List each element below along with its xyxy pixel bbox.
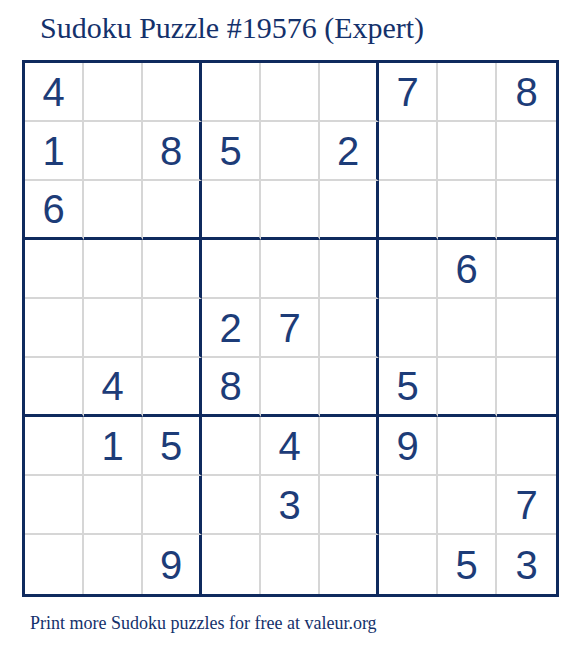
cell-r7c4 (202, 417, 261, 476)
cell-r3c2 (84, 181, 143, 240)
cell-r4c6 (320, 240, 379, 299)
cell-r2c4: 5 (202, 122, 261, 181)
footer-text: Print more Sudoku puzzles for free at va… (30, 613, 377, 634)
cell-r2c1: 1 (25, 122, 84, 181)
cell-r5c6 (320, 299, 379, 358)
cell-r6c8 (438, 358, 497, 417)
cell-r1c4 (202, 63, 261, 122)
cell-r2c7 (379, 122, 438, 181)
cell-r5c2 (84, 299, 143, 358)
sudoku-grid: 47818526627485154937953 (22, 60, 559, 597)
cell-r4c7 (379, 240, 438, 299)
cell-r6c7: 5 (379, 358, 438, 417)
cell-r7c8 (438, 417, 497, 476)
cell-r9c1 (25, 535, 84, 594)
cell-r5c8 (438, 299, 497, 358)
cell-r8c5: 3 (261, 476, 320, 535)
cell-r4c1 (25, 240, 84, 299)
cell-r2c2 (84, 122, 143, 181)
cell-r7c1 (25, 417, 84, 476)
cell-r3c6 (320, 181, 379, 240)
cell-r2c8 (438, 122, 497, 181)
cell-r9c8: 5 (438, 535, 497, 594)
cell-r3c5 (261, 181, 320, 240)
cell-r6c1 (25, 358, 84, 417)
cell-r6c5 (261, 358, 320, 417)
cell-r9c3: 9 (143, 535, 202, 594)
cell-r8c2 (84, 476, 143, 535)
cell-r5c1 (25, 299, 84, 358)
cell-r6c3 (143, 358, 202, 417)
cell-r1c5 (261, 63, 320, 122)
cell-r1c9: 8 (497, 63, 556, 122)
cell-r8c4 (202, 476, 261, 535)
cell-r4c2 (84, 240, 143, 299)
cell-r7c6 (320, 417, 379, 476)
cell-r9c2 (84, 535, 143, 594)
cell-r7c7: 9 (379, 417, 438, 476)
cell-r1c7: 7 (379, 63, 438, 122)
cell-r6c6 (320, 358, 379, 417)
cell-r9c4 (202, 535, 261, 594)
cell-r8c1 (25, 476, 84, 535)
cell-r5c7 (379, 299, 438, 358)
cell-r7c2: 1 (84, 417, 143, 476)
cell-r5c5: 7 (261, 299, 320, 358)
cell-r8c6 (320, 476, 379, 535)
cell-r6c4: 8 (202, 358, 261, 417)
cell-r3c4 (202, 181, 261, 240)
cell-r7c3: 5 (143, 417, 202, 476)
cell-r4c8: 6 (438, 240, 497, 299)
cell-r8c8 (438, 476, 497, 535)
cell-r5c9 (497, 299, 556, 358)
cell-r1c3 (143, 63, 202, 122)
cell-r3c9 (497, 181, 556, 240)
cell-r7c9 (497, 417, 556, 476)
cell-r9c5 (261, 535, 320, 594)
cell-r4c4 (202, 240, 261, 299)
cell-r4c5 (261, 240, 320, 299)
cell-r2c6: 2 (320, 122, 379, 181)
cell-r8c7 (379, 476, 438, 535)
cell-r2c3: 8 (143, 122, 202, 181)
cell-r3c1: 6 (25, 181, 84, 240)
cell-r8c3 (143, 476, 202, 535)
cell-r8c9: 7 (497, 476, 556, 535)
cell-r1c2 (84, 63, 143, 122)
cell-r6c9 (497, 358, 556, 417)
cell-r4c9 (497, 240, 556, 299)
cell-r1c8 (438, 63, 497, 122)
cell-r5c4: 2 (202, 299, 261, 358)
cell-r5c3 (143, 299, 202, 358)
cell-r1c6 (320, 63, 379, 122)
page-title: Sudoku Puzzle #19576 (Expert) (40, 11, 424, 45)
cell-r9c9: 3 (497, 535, 556, 594)
cell-r9c6 (320, 535, 379, 594)
cell-r4c3 (143, 240, 202, 299)
cell-r6c2: 4 (84, 358, 143, 417)
cell-r1c1: 4 (25, 63, 84, 122)
cell-r9c7 (379, 535, 438, 594)
cell-r2c9 (497, 122, 556, 181)
cell-r2c5 (261, 122, 320, 181)
sudoku-page: Sudoku Puzzle #19576 (Expert) 4781852662… (0, 0, 580, 651)
cell-r7c5: 4 (261, 417, 320, 476)
cell-r3c3 (143, 181, 202, 240)
cell-r3c7 (379, 181, 438, 240)
cell-r3c8 (438, 181, 497, 240)
